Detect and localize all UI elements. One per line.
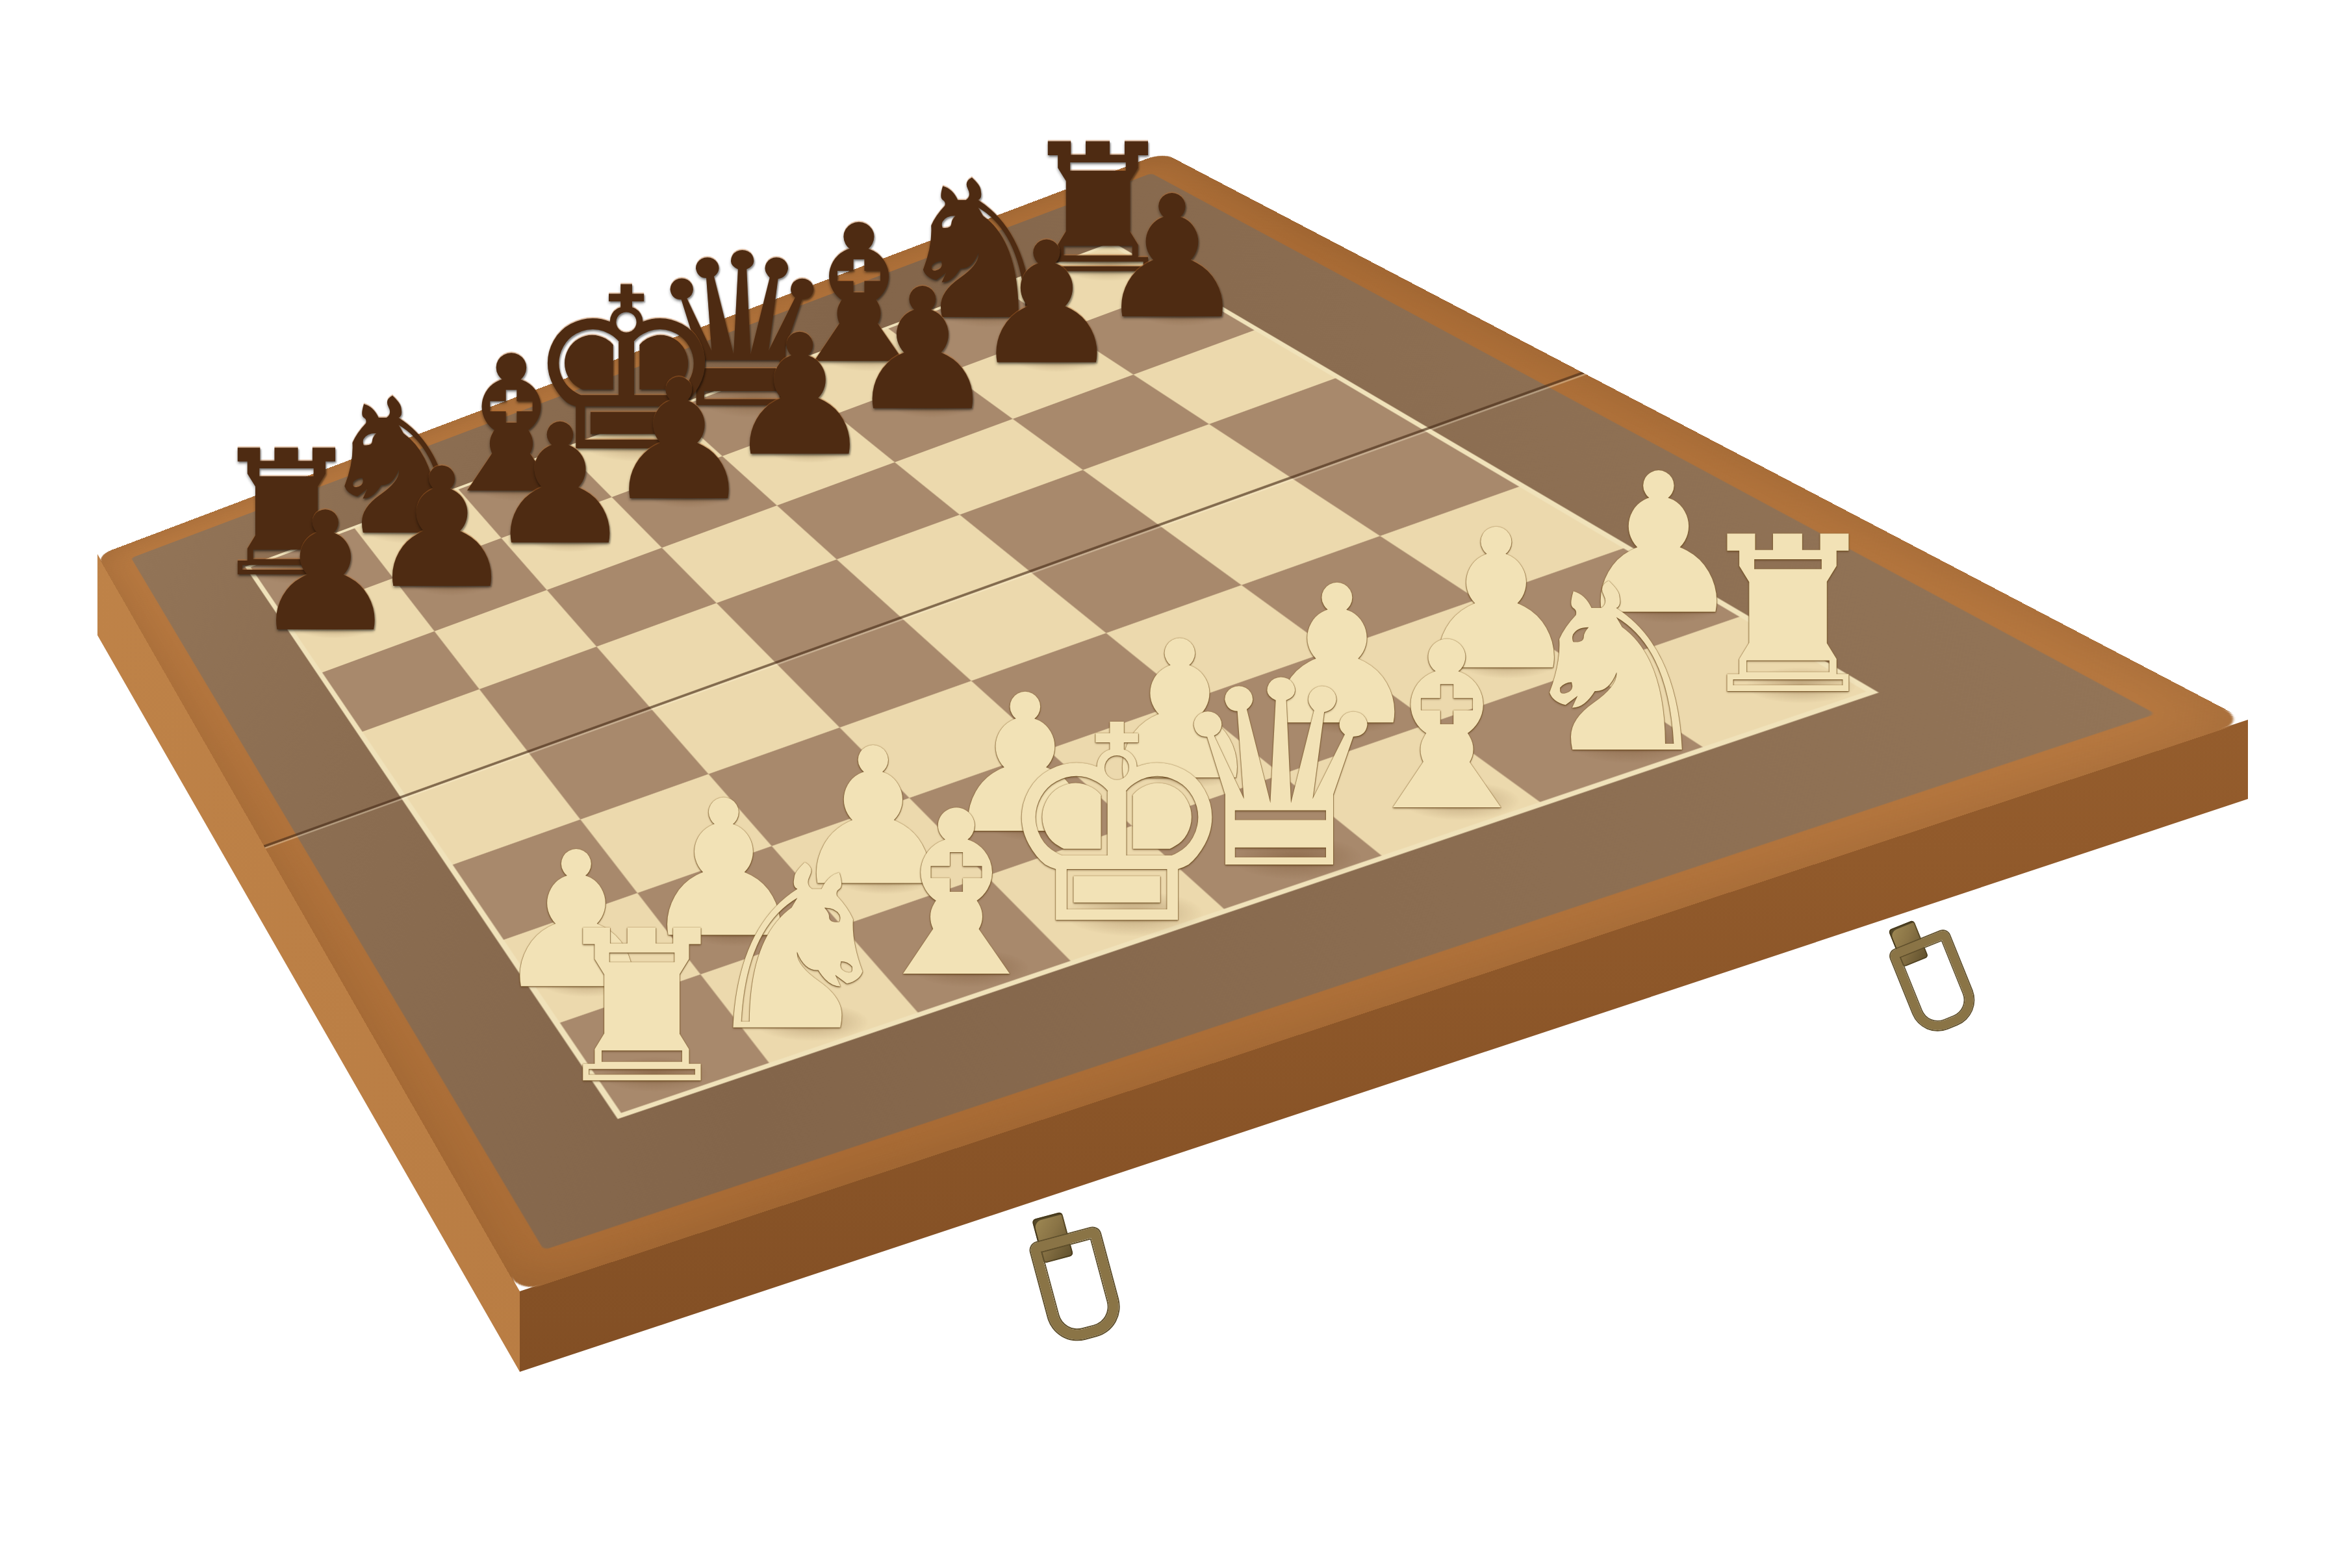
piece-light-rook-h1[interactable]: ♜ (1691, 509, 1885, 724)
front-left-clasp[interactable] (1032, 1204, 1125, 1344)
piece-dark-pawn-a7[interactable]: ♟ (252, 490, 400, 655)
front-right-clasp[interactable] (1888, 909, 1982, 1035)
piece-light-rook-a1[interactable]: ♜ (548, 904, 736, 1113)
clasp-ring-icon (1029, 1226, 1125, 1347)
scene: ♜♞♝♚♛♝♞♜♟♟♟♟♟♟♟♟♟♟♟♟♟♟♟♟♜♞♝♚♛♝♞♜ (0, 0, 2348, 1568)
